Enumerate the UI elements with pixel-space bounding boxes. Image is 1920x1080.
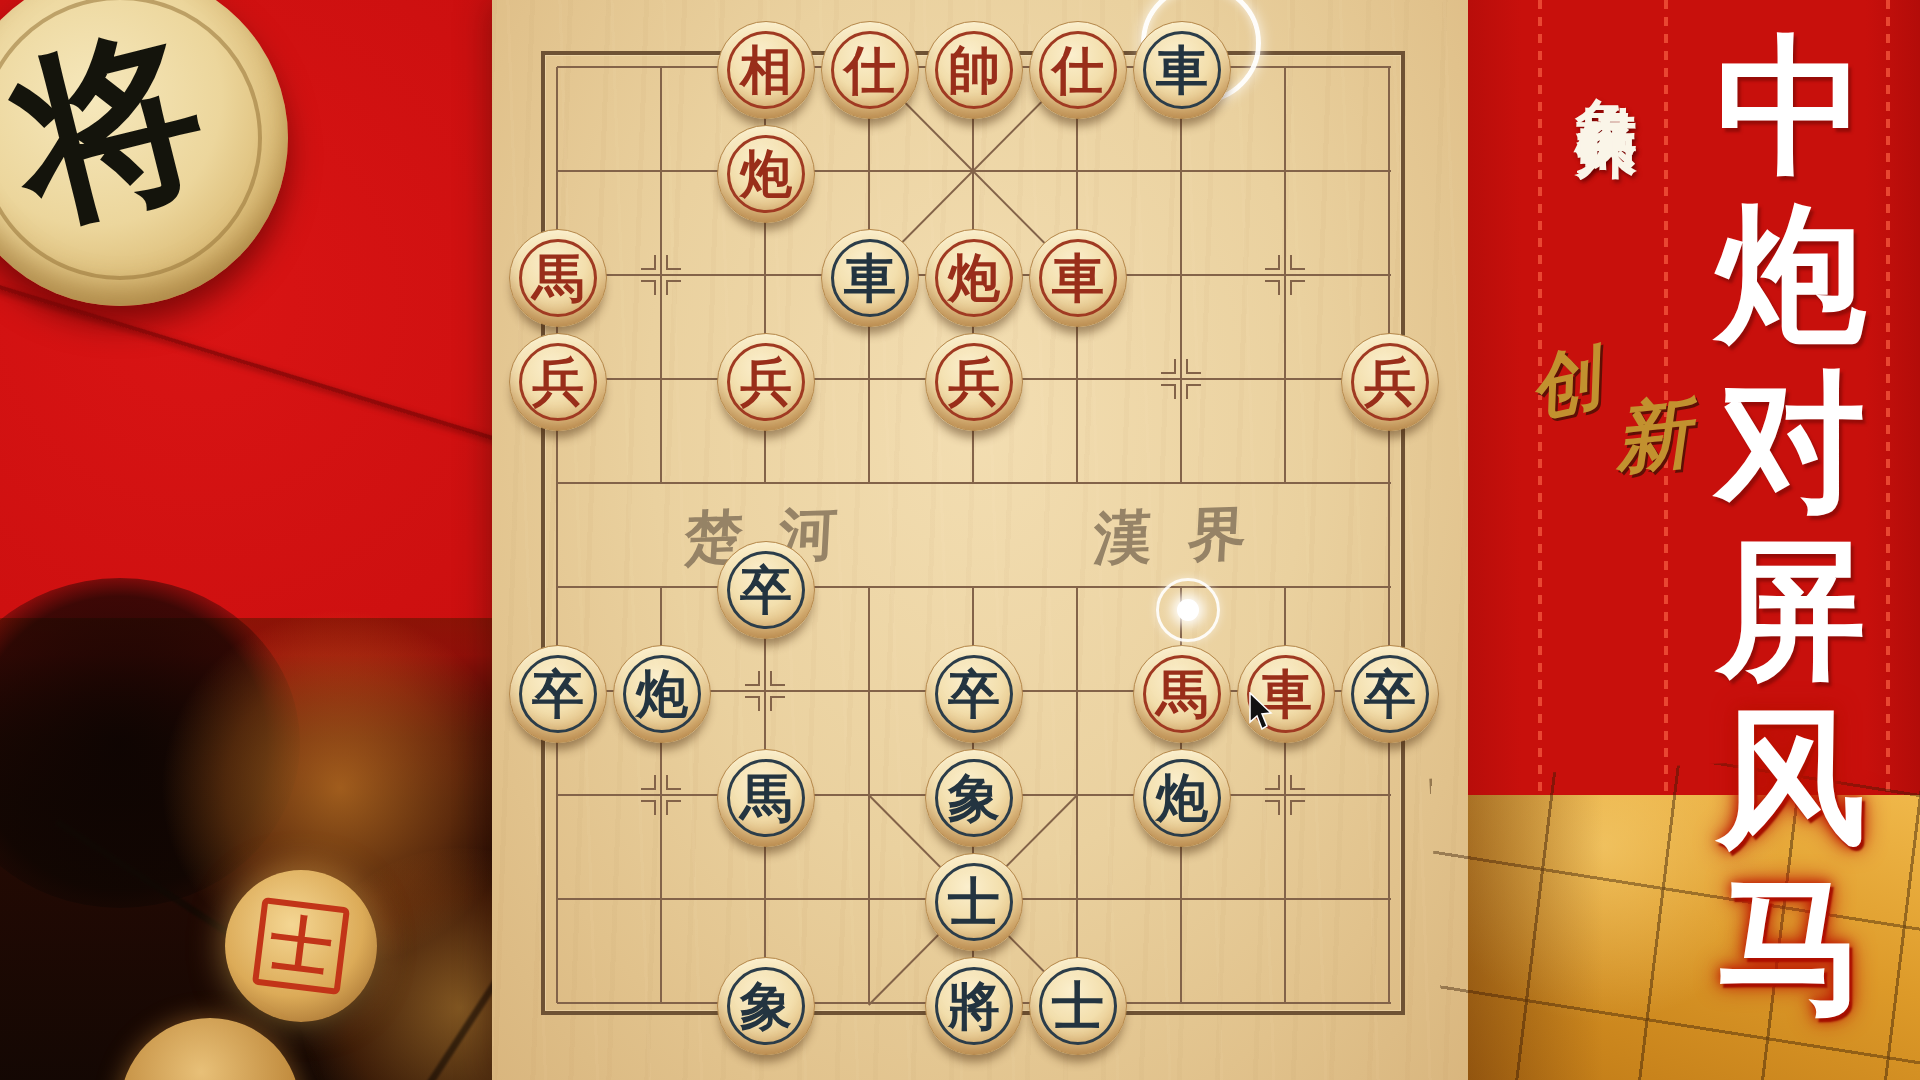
- marker-corner: [1186, 384, 1201, 399]
- stamp-char: 创: [1523, 341, 1606, 424]
- marker-corner: [641, 775, 656, 790]
- decor-general-piece-photo: 将: [0, 0, 288, 306]
- piece-red-soldier[interactable]: 兵: [925, 333, 1023, 431]
- marker-corner: [641, 255, 656, 270]
- left-decor-panel: 将 士: [0, 0, 492, 1080]
- piece-char: 車: [844, 252, 896, 304]
- point-marker: [1262, 252, 1308, 298]
- piece-char: 象: [740, 980, 792, 1032]
- marker-corner: [1265, 255, 1280, 270]
- piece-char: 卒: [1364, 668, 1416, 720]
- piece-char: 仕: [844, 44, 896, 96]
- piece-char: 士: [1052, 980, 1104, 1032]
- piece-red-general[interactable]: 帥: [925, 21, 1023, 119]
- piece-red-advisor[interactable]: 仕: [821, 21, 919, 119]
- decor-advisor-char: 士: [266, 911, 335, 980]
- piece-red-soldier[interactable]: 兵: [717, 333, 815, 431]
- title-char: 屏: [1706, 526, 1876, 694]
- point-marker: [742, 668, 788, 714]
- piece-char: 馬: [532, 252, 584, 304]
- piece-char: 兵: [948, 356, 1000, 408]
- piece-black-elephant[interactable]: 象: [717, 957, 815, 1055]
- piece-char: 兵: [532, 356, 584, 408]
- stamp-char: 新: [1610, 394, 1694, 478]
- piece-black-cannon[interactable]: 炮: [613, 645, 711, 743]
- piece-red-horse[interactable]: 馬: [509, 229, 607, 327]
- point-marker: [1262, 772, 1308, 818]
- piece-red-soldier[interactable]: 兵: [1341, 333, 1439, 431]
- piece-char: 兵: [1364, 356, 1416, 408]
- grid-line: [557, 482, 1391, 484]
- marker-corner: [1290, 775, 1305, 790]
- marker-corner: [745, 671, 760, 686]
- piece-char: 車: [1156, 44, 1208, 96]
- marker-corner: [641, 800, 656, 815]
- piece-red-advisor[interactable]: 仕: [1029, 21, 1127, 119]
- piece-char: 卒: [948, 668, 1000, 720]
- marker-corner: [770, 671, 785, 686]
- piece-char: 相: [740, 44, 792, 96]
- title-char: 中: [1706, 22, 1876, 190]
- marker-corner: [1186, 359, 1201, 374]
- piece-char: 車: [1052, 252, 1104, 304]
- piece-char: 仕: [1052, 44, 1104, 96]
- piece-red-chariot[interactable]: 車: [1029, 229, 1127, 327]
- piece-char: 炮: [636, 668, 688, 720]
- piece-char: 將: [948, 980, 1000, 1032]
- marker-corner: [1265, 280, 1280, 295]
- title-char: 炮: [1706, 190, 1876, 358]
- piece-red-cannon[interactable]: 炮: [717, 125, 815, 223]
- piece-red-elephant[interactable]: 相: [717, 21, 815, 119]
- banner-subtitle: 象棋大师: [1564, 48, 1648, 348]
- piece-black-soldier[interactable]: 卒: [509, 645, 607, 743]
- marker-corner: [1265, 775, 1280, 790]
- piece-black-advisor[interactable]: 士: [1029, 957, 1127, 1055]
- title-char: 马: [1706, 862, 1876, 1030]
- piece-char: 馬: [1156, 668, 1208, 720]
- marker-corner: [770, 696, 785, 711]
- piece-black-soldier[interactable]: 卒: [717, 541, 815, 639]
- marker-corner: [666, 280, 681, 295]
- marker-corner: [666, 775, 681, 790]
- piece-red-cannon[interactable]: 炮: [925, 229, 1023, 327]
- grid-line: [1180, 67, 1182, 483]
- marker-corner: [1161, 384, 1176, 399]
- cursor-glow-dot: [1177, 599, 1199, 621]
- piece-char: 卒: [532, 668, 584, 720]
- piece-black-soldier[interactable]: 卒: [925, 645, 1023, 743]
- piece-black-elephant[interactable]: 象: [925, 749, 1023, 847]
- piece-red-horse[interactable]: 馬: [1133, 645, 1231, 743]
- piece-char: 兵: [740, 356, 792, 408]
- cursor-glow-ring: [1156, 578, 1220, 642]
- marker-corner: [1290, 255, 1305, 270]
- piece-black-soldier[interactable]: 卒: [1341, 645, 1439, 743]
- marker-corner: [1290, 280, 1305, 295]
- title-char: 风: [1706, 694, 1876, 862]
- river-label-han-jie: 漢界: [1092, 494, 1285, 579]
- advisor-frame: 士: [252, 897, 350, 995]
- grid-line: [556, 67, 558, 1003]
- marker-corner: [1161, 359, 1176, 374]
- piece-black-chariot[interactable]: 車: [821, 229, 919, 327]
- marker-corner: [1265, 800, 1280, 815]
- piece-black-cannon[interactable]: 炮: [1133, 749, 1231, 847]
- piece-char: 帥: [948, 44, 1000, 96]
- title-char: 对: [1706, 358, 1876, 526]
- marker-corner: [666, 800, 681, 815]
- piece-black-advisor[interactable]: 士: [925, 853, 1023, 951]
- grid-line: [557, 586, 1391, 588]
- banner-main-title: 中炮对屏风马: [1706, 22, 1876, 1030]
- marker-corner: [1290, 800, 1305, 815]
- grid-line: [1388, 67, 1390, 1003]
- piece-char: 馬: [740, 772, 792, 824]
- left-bottom-photo: 士: [0, 618, 492, 1080]
- screen: 将 士 楚河 漢界 相仕帥仕車炮馬車炮車兵兵: [0, 0, 1920, 1080]
- decor-advisor-piece-photo: 士: [225, 870, 377, 1022]
- point-marker: [638, 772, 684, 818]
- marker-corner: [641, 280, 656, 295]
- mouse-cursor-icon: [1248, 692, 1278, 734]
- piece-red-soldier[interactable]: 兵: [509, 333, 607, 431]
- piece-black-general[interactable]: 將: [925, 957, 1023, 1055]
- piece-char: 士: [948, 876, 1000, 928]
- piece-black-chariot[interactable]: 車: [1133, 21, 1231, 119]
- piece-char: 炮: [1156, 772, 1208, 824]
- point-marker: [638, 252, 684, 298]
- cloth-fold: [0, 280, 557, 459]
- piece-char: 炮: [740, 148, 792, 200]
- piece-char: 炮: [948, 252, 1000, 304]
- marker-corner: [745, 696, 760, 711]
- piece-char: 象: [948, 772, 1000, 824]
- xiangqi-board[interactable]: 楚河 漢界 相仕帥仕車炮馬車炮車兵兵兵兵卒卒炮卒馬車卒馬象炮士象將士: [492, 0, 1468, 1080]
- piece-char: 卒: [740, 564, 792, 616]
- point-marker: [1158, 356, 1204, 402]
- piece-black-horse[interactable]: 馬: [717, 749, 815, 847]
- title-banner: 象棋大师 创新 中炮对屏风马: [1468, 0, 1920, 1080]
- marker-corner: [666, 255, 681, 270]
